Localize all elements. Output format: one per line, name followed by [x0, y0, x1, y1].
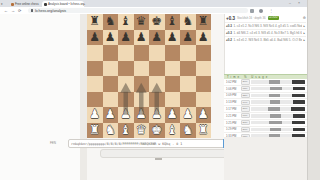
activity-time: 1:25 PM [226, 121, 239, 125]
activity-bar [251, 121, 305, 125]
window-minimize-button[interactable]: – [289, 1, 291, 5]
square-d1[interactable]: ♛ [134, 123, 150, 139]
pv-eval: +0.2 [226, 38, 232, 42]
browser-tab-strip: ▾ Free online chess Analysis board • lic… [0, 0, 307, 7]
activity-bar [251, 80, 305, 84]
square-h3[interactable] [196, 92, 212, 108]
tab2-favicon-icon [44, 3, 47, 6]
square-e6[interactable] [149, 45, 165, 61]
activity-time: 1:21 PM [226, 114, 239, 118]
forward-icon[interactable]: → [11, 8, 15, 13]
square-g7[interactable]: ♟ [180, 30, 196, 46]
activity-bar [251, 114, 305, 118]
activity-percent: 23% [241, 120, 250, 125]
square-e7[interactable]: ♟ [149, 30, 165, 46]
browser-menu-icon[interactable]: ⋮ [269, 9, 273, 13]
black-pawn[interactable]: ♟ [182, 30, 193, 46]
square-c4[interactable] [118, 76, 134, 92]
activity-time: 1:13 PM [226, 100, 239, 104]
pgn-input[interactable] [100, 149, 235, 158]
square-c1[interactable]: ♝ [118, 123, 134, 139]
activity-percent: 21% [241, 106, 250, 111]
engine-line-2[interactable]: +0.3 1. d4 Nf6 2. c4 e6 3. Nf3 d5 4. Nc3… [225, 29, 306, 36]
activity-row[interactable]: 1:13 PM19% [224, 99, 307, 106]
square-e2[interactable]: ♟ [149, 107, 165, 123]
pv-flag-icon[interactable]: ▸ [303, 31, 305, 35]
pv-flag-icon[interactable]: ▸ [303, 38, 305, 42]
url-text: lichess.org/analysis [35, 9, 66, 13]
screen: ▾ Free online chess Analysis board • lic… [0, 0, 320, 180]
white-pawn[interactable]: ♟ [167, 107, 178, 123]
white-pawn[interactable]: ♟ [89, 107, 100, 123]
square-f7[interactable]: ♟ [165, 30, 181, 46]
engine-eval: +0.3 [226, 16, 235, 21]
activity-percent: 20% [241, 79, 250, 84]
square-b3[interactable] [103, 92, 119, 108]
engine-info: Stockfish 16 · depth 36 [237, 16, 266, 20]
background-window-strip [307, 0, 320, 180]
activity-row[interactable]: 1:06 PM18% [224, 86, 307, 93]
square-b4[interactable] [103, 76, 119, 92]
black-queen[interactable]: ♛ [136, 14, 147, 30]
white-bishop[interactable]: ♝ [167, 123, 178, 139]
page-scrollbar[interactable] [80, 14, 87, 180]
white-pawn[interactable]: ♟ [151, 107, 162, 123]
square-a5[interactable] [87, 61, 103, 77]
black-bishop[interactable]: ♝ [120, 14, 131, 30]
square-g1[interactable]: ♞ [180, 123, 196, 139]
white-knight[interactable]: ♞ [182, 123, 193, 139]
new-tab-button[interactable]: + [83, 2, 85, 6]
fen-input[interactable]: rnbqkbnr/pppppppp/8/8/8/8/PPPPPPPP/RNBQK… [68, 139, 234, 148]
square-b2[interactable]: ♟ [103, 107, 119, 123]
square-a1[interactable]: ♜ [87, 123, 103, 139]
square-h5[interactable] [196, 61, 212, 77]
square-h1[interactable]: ♜ [196, 123, 212, 139]
white-rook[interactable]: ♜ [89, 123, 100, 139]
side-panel-empty-area [224, 137, 307, 180]
black-rook[interactable]: ♜ [198, 14, 209, 30]
black-pawn[interactable]: ♟ [198, 30, 209, 46]
engine-line-1[interactable]: +0.3 1. c4 e5 2. Nc3 Nf6 3. Nf3 Nc6 4. g… [225, 22, 306, 29]
square-f2[interactable]: ♟ [165, 107, 181, 123]
black-rook[interactable]: ♜ [89, 14, 100, 30]
pv-moves: 1. d4 Nf6 2. c4 e6 3. Nf3 d5 4. Nc3 Be7 … [233, 31, 302, 35]
square-g3[interactable] [180, 92, 196, 108]
white-bishop[interactable]: ♝ [120, 123, 131, 139]
square-f8[interactable]: ♝ [165, 14, 181, 30]
chess-board[interactable]: ♜♞♝♛♚♝♞♜♟♟♟♟♟♟♟♟♟♟♟♟♟♟♟♟♜♞♝♛♚♝♞♜ [87, 14, 211, 138]
square-c6[interactable] [118, 45, 134, 61]
black-pawn[interactable]: ♟ [167, 30, 178, 46]
reload-icon[interactable]: ⟳ [18, 8, 21, 13]
back-icon[interactable]: ← [4, 8, 8, 13]
square-b5[interactable] [103, 61, 119, 77]
black-pawn[interactable]: ♟ [151, 30, 162, 46]
activity-percent: 17% [241, 113, 250, 118]
square-g6[interactable] [180, 45, 196, 61]
white-pawn[interactable]: ♟ [182, 107, 193, 123]
activity-time: 1:02 PM [226, 80, 239, 84]
textarea-resize-handle[interactable] [155, 158, 162, 160]
tab2-title: Analysis board • lichess.org [48, 2, 84, 6]
square-h7[interactable]: ♟ [196, 30, 212, 46]
white-queen[interactable]: ♛ [136, 123, 147, 139]
pv-flag-icon[interactable]: ▸ [303, 24, 305, 28]
black-king[interactable]: ♚ [151, 14, 162, 30]
square-f3[interactable] [165, 92, 181, 108]
pv-moves: 1. c4 e5 2. Nc3 Nf6 3. Nf3 Nc6 4. g3 d5 … [233, 24, 302, 28]
activity-row[interactable]: 1:21 PM17% [224, 113, 307, 120]
activity-percent: 20% [241, 127, 250, 132]
address-bar[interactable]: lichess.org/analysis [28, 8, 248, 13]
white-knight[interactable]: ♞ [105, 123, 116, 139]
square-e5[interactable] [149, 61, 165, 77]
activity-bar [251, 87, 305, 91]
square-d7[interactable]: ♟ [134, 30, 150, 46]
black-knight[interactable]: ♞ [182, 14, 193, 30]
square-b8[interactable]: ♞ [103, 14, 119, 30]
activity-bar [251, 94, 305, 98]
white-pawn[interactable]: ♟ [198, 107, 209, 123]
black-pawn[interactable]: ♟ [136, 30, 147, 46]
square-d2[interactable]: ♟ [134, 107, 150, 123]
square-a4[interactable] [87, 76, 103, 92]
white-pawn[interactable]: ♟ [105, 107, 116, 123]
tab-search-icon[interactable]: ▾ [1, 2, 3, 6]
engine-settings-icon[interactable]: ⚙ [303, 16, 306, 20]
black-bishop[interactable]: ♝ [167, 14, 178, 30]
activity-row[interactable]: 1:02 PM20% [224, 79, 307, 86]
square-e8[interactable]: ♚ [149, 14, 165, 30]
activity-bar [251, 107, 305, 111]
square-g2[interactable]: ♟ [180, 107, 196, 123]
square-c3[interactable] [118, 92, 134, 108]
square-g4[interactable] [180, 76, 196, 92]
activity-row[interactable]: 1:17 PM21% [224, 106, 307, 113]
black-pawn[interactable]: ♟ [105, 30, 116, 46]
square-a2[interactable]: ♟ [87, 107, 103, 123]
square-a3[interactable] [87, 92, 103, 108]
square-d4[interactable] [134, 76, 150, 92]
activity-percent: 22% [241, 93, 250, 98]
square-f6[interactable] [165, 45, 181, 61]
white-pawn[interactable]: ♟ [136, 107, 147, 123]
square-h6[interactable] [196, 45, 212, 61]
square-c8[interactable]: ♝ [118, 14, 134, 30]
square-g5[interactable] [180, 61, 196, 77]
square-d8[interactable]: ♛ [134, 14, 150, 30]
extensions-icon[interactable] [250, 9, 254, 13]
tab1-favicon-icon [11, 3, 14, 6]
square-f4[interactable] [165, 76, 181, 92]
square-f1[interactable]: ♝ [165, 123, 181, 139]
fen-label: FEN [50, 141, 56, 145]
square-c7[interactable]: ♟ [118, 30, 134, 46]
fen-value: rnbqkbnr/pppppppp/8/8/8/8/PPPPPPPP/RNBQK… [71, 142, 182, 146]
activity-time: 1:17 PM [226, 107, 239, 111]
page-left-gutter [0, 14, 80, 180]
square-a6[interactable] [87, 45, 103, 61]
activity-row[interactable]: 1:29 PM20% [224, 127, 307, 134]
white-king[interactable]: ♚ [151, 123, 162, 139]
square-d6[interactable] [134, 45, 150, 61]
engine-header: +0.3 Stockfish 16 · depth 36 CLOUD ⚙ [226, 15, 306, 21]
square-e4[interactable] [149, 76, 165, 92]
square-e3[interactable] [149, 92, 165, 108]
square-c2[interactable]: ♟ [118, 107, 134, 123]
square-e1[interactable]: ♚ [149, 123, 165, 139]
square-g8[interactable]: ♞ [180, 14, 196, 30]
activity-time: 1:09 PM [226, 93, 239, 97]
white-rook[interactable]: ♜ [198, 123, 209, 139]
square-h8[interactable]: ♜ [196, 14, 212, 30]
black-knight[interactable]: ♞ [105, 14, 116, 30]
engine-lines: +0.3 1. c4 e5 2. Nc3 Nf6 3. Nf3 Nc6 4. g… [225, 22, 306, 43]
square-b1[interactable]: ♞ [103, 123, 119, 139]
tab1-title: Free online chess [15, 2, 39, 6]
square-d5[interactable] [134, 61, 150, 77]
black-pawn[interactable]: ♟ [89, 30, 100, 46]
square-a8[interactable]: ♜ [87, 14, 103, 30]
activity-row[interactable]: 1:09 PM22% [224, 93, 307, 100]
cloud-badge: CLOUD [268, 16, 279, 19]
activity-time: 1:06 PM [226, 87, 239, 91]
activity-percent: 18% [241, 86, 250, 91]
engine-line-3[interactable]: +0.2 1. e4 e5 2. Nf3 Nc6 3. Bb5 a6 4. Ba… [225, 36, 306, 43]
window-close-button[interactable]: × [298, 1, 300, 5]
square-c5[interactable] [118, 61, 134, 77]
activity-bar [251, 100, 305, 104]
profile-avatar[interactable] [259, 9, 263, 13]
padlock-icon [31, 9, 33, 12]
square-b7[interactable]: ♟ [103, 30, 119, 46]
activity-row[interactable]: 1:25 PM23% [224, 120, 307, 127]
square-a7[interactable]: ♟ [87, 30, 103, 46]
square-h2[interactable]: ♟ [196, 107, 212, 123]
square-h4[interactable] [196, 76, 212, 92]
black-pawn[interactable]: ♟ [120, 30, 131, 46]
activity-percent: 19% [241, 100, 250, 105]
square-b6[interactable] [103, 45, 119, 61]
activity-time: 1:29 PM [226, 127, 239, 131]
activity-bar [251, 128, 305, 132]
pv-moves: 1. e4 e5 2. Nf3 Nc6 3. Bb5 a6 4. Ba4 Nf6… [233, 38, 302, 42]
pv-eval: +0.3 [226, 31, 232, 35]
pv-eval: +0.3 [226, 24, 232, 28]
square-f5[interactable] [165, 61, 181, 77]
square-d3[interactable] [134, 92, 150, 108]
white-pawn[interactable]: ♟ [120, 107, 131, 123]
